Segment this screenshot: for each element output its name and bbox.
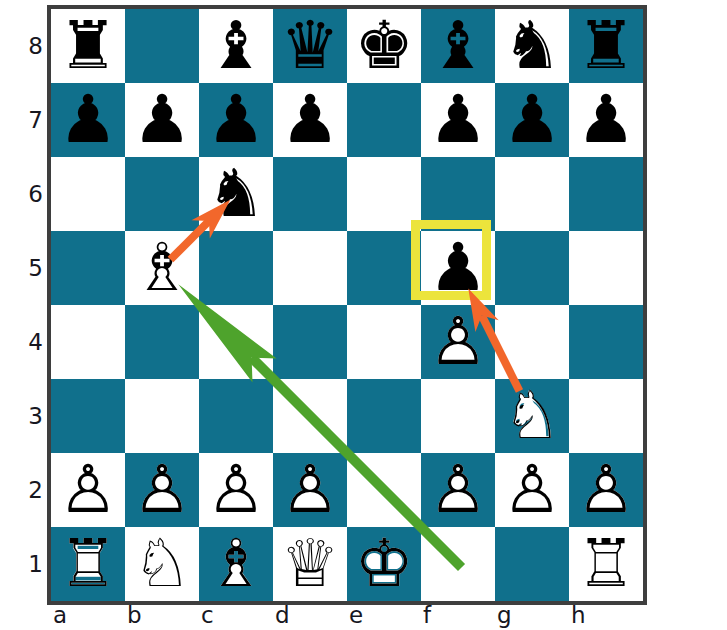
square-f8[interactable]: ♝ — [421, 9, 495, 83]
piece-outline: ♖ — [51, 527, 125, 601]
file-label-e: e — [347, 602, 423, 628]
piece-black-knight-c6[interactable]: ♞ — [199, 157, 273, 231]
square-c3[interactable] — [199, 379, 273, 453]
piece-outline: ♗ — [125, 231, 199, 305]
piece-black-queen-d8[interactable]: ♛ — [273, 9, 347, 83]
piece-fill: ♞ — [495, 9, 569, 83]
piece-black-pawn-f5[interactable]: ♟ — [421, 231, 495, 305]
rank-label-7: 7 — [0, 83, 43, 157]
square-a8[interactable]: ♜ — [51, 9, 125, 83]
piece-fill: ♚ — [347, 9, 421, 83]
piece-black-pawn-g7[interactable]: ♟ — [495, 83, 569, 157]
piece-white-king-e1[interactable]: ♚♔ — [347, 527, 421, 601]
piece-white-rook-a1[interactable]: ♜♖ — [51, 527, 125, 601]
file-label-f: f — [421, 602, 497, 628]
piece-outline: ♙ — [273, 453, 347, 527]
piece-black-pawn-h7[interactable]: ♟ — [569, 83, 643, 157]
piece-black-knight-g8[interactable]: ♞ — [495, 9, 569, 83]
piece-outline: ♙ — [495, 453, 569, 527]
piece-outline: ♘ — [125, 527, 199, 601]
file-label-h: h — [569, 602, 645, 628]
piece-white-bishop-c1[interactable]: ♝♗ — [199, 527, 273, 601]
file-label-g: g — [495, 602, 571, 628]
square-c2[interactable]: ♟♙ — [199, 453, 273, 527]
piece-outline: ♗ — [199, 527, 273, 601]
piece-white-pawn-c2[interactable]: ♟♙ — [199, 453, 273, 527]
square-c6[interactable]: ♞ — [199, 157, 273, 231]
piece-white-bishop-b5[interactable]: ♝♗ — [125, 231, 199, 305]
square-a5[interactable] — [51, 231, 125, 305]
square-g2[interactable]: ♟♙ — [495, 453, 569, 527]
piece-fill: ♟ — [51, 83, 125, 157]
square-e5[interactable] — [347, 231, 421, 305]
square-a3[interactable] — [51, 379, 125, 453]
piece-black-pawn-c7[interactable]: ♟ — [199, 83, 273, 157]
square-g8[interactable]: ♞ — [495, 9, 569, 83]
square-f1[interactable] — [421, 527, 495, 601]
board-grid[interactable]: ♜♝♛♚♝♞♜♟♟♟♟♟♟♟♞♝♗♟♟♙♞♘♟♙♟♙♟♙♟♙♟♙♟♙♟♙♜♖♞♘… — [51, 9, 643, 601]
square-d4[interactable] — [273, 305, 347, 379]
piece-outline: ♔ — [347, 527, 421, 601]
piece-white-pawn-h2[interactable]: ♟♙ — [569, 453, 643, 527]
piece-white-pawn-f4[interactable]: ♟♙ — [421, 305, 495, 379]
square-c1[interactable]: ♝♗ — [199, 527, 273, 601]
square-e6[interactable] — [347, 157, 421, 231]
square-g6[interactable] — [495, 157, 569, 231]
piece-black-pawn-d7[interactable]: ♟ — [273, 83, 347, 157]
square-c5[interactable] — [199, 231, 273, 305]
piece-white-pawn-b2[interactable]: ♟♙ — [125, 453, 199, 527]
square-b8[interactable] — [125, 9, 199, 83]
piece-fill: ♟ — [421, 231, 495, 305]
piece-white-pawn-a2[interactable]: ♟♙ — [51, 453, 125, 527]
piece-fill: ♛ — [273, 9, 347, 83]
piece-white-knight-g3[interactable]: ♞♘ — [495, 379, 569, 453]
square-d8[interactable]: ♛ — [273, 9, 347, 83]
square-h4[interactable] — [569, 305, 643, 379]
square-d7[interactable]: ♟ — [273, 83, 347, 157]
piece-outline: ♙ — [569, 453, 643, 527]
square-b2[interactable]: ♟♙ — [125, 453, 199, 527]
piece-fill: ♟ — [199, 83, 273, 157]
rank-label-3: 3 — [0, 379, 43, 453]
piece-black-pawn-b7[interactable]: ♟ — [125, 83, 199, 157]
square-h3[interactable] — [569, 379, 643, 453]
square-d3[interactable] — [273, 379, 347, 453]
rank-label-4: 4 — [0, 305, 43, 379]
square-f4[interactable]: ♟♙ — [421, 305, 495, 379]
piece-white-queen-d1[interactable]: ♛♕ — [273, 527, 347, 601]
piece-fill: ♜ — [569, 9, 643, 83]
square-e4[interactable] — [347, 305, 421, 379]
square-d1[interactable]: ♛♕ — [273, 527, 347, 601]
piece-white-knight-b1[interactable]: ♞♘ — [125, 527, 199, 601]
square-a6[interactable] — [51, 157, 125, 231]
square-g3[interactable]: ♞♘ — [495, 379, 569, 453]
square-a7[interactable]: ♟ — [51, 83, 125, 157]
square-a1[interactable]: ♜♖ — [51, 527, 125, 601]
square-d5[interactable] — [273, 231, 347, 305]
piece-black-king-e8[interactable]: ♚ — [347, 9, 421, 83]
piece-outline: ♘ — [495, 379, 569, 453]
chess-diagram: ♜♝♛♚♝♞♜♟♟♟♟♟♟♟♞♝♗♟♟♙♞♘♟♙♟♙♟♙♟♙♟♙♟♙♟♙♜♖♞♘… — [0, 0, 727, 630]
piece-black-pawn-f7[interactable]: ♟ — [421, 83, 495, 157]
piece-outline: ♙ — [125, 453, 199, 527]
file-label-d: d — [273, 602, 349, 628]
square-h7[interactable]: ♟ — [569, 83, 643, 157]
board-frame: ♜♝♛♚♝♞♜♟♟♟♟♟♟♟♞♝♗♟♟♙♞♘♟♙♟♙♟♙♟♙♟♙♟♙♟♙♜♖♞♘… — [47, 5, 647, 605]
piece-outline: ♙ — [421, 305, 495, 379]
square-d6[interactable] — [273, 157, 347, 231]
square-b7[interactable]: ♟ — [125, 83, 199, 157]
square-h8[interactable]: ♜ — [569, 9, 643, 83]
piece-black-bishop-c8[interactable]: ♝ — [199, 9, 273, 83]
file-label-c: c — [199, 602, 275, 628]
rank-label-1: 1 — [0, 527, 43, 601]
piece-fill: ♟ — [125, 83, 199, 157]
piece-fill: ♝ — [199, 9, 273, 83]
piece-fill: ♝ — [421, 9, 495, 83]
square-e2[interactable] — [347, 453, 421, 527]
square-e1[interactable]: ♚♔ — [347, 527, 421, 601]
piece-black-rook-h8[interactable]: ♜ — [569, 9, 643, 83]
rank-label-2: 2 — [0, 453, 43, 527]
piece-fill: ♟ — [273, 83, 347, 157]
file-label-a: a — [51, 602, 127, 628]
file-label-b: b — [125, 602, 201, 628]
square-b1[interactable]: ♞♘ — [125, 527, 199, 601]
piece-fill: ♟ — [495, 83, 569, 157]
piece-outline: ♙ — [51, 453, 125, 527]
square-b6[interactable] — [125, 157, 199, 231]
square-c8[interactable]: ♝ — [199, 9, 273, 83]
square-a4[interactable] — [51, 305, 125, 379]
piece-outline: ♙ — [199, 453, 273, 527]
piece-outline: ♖ — [569, 527, 643, 601]
square-h6[interactable] — [569, 157, 643, 231]
square-g5[interactable] — [495, 231, 569, 305]
square-e3[interactable] — [347, 379, 421, 453]
rank-label-6: 6 — [0, 157, 43, 231]
square-e8[interactable]: ♚ — [347, 9, 421, 83]
piece-outline: ♕ — [273, 527, 347, 601]
square-c4[interactable] — [199, 305, 273, 379]
square-g4[interactable] — [495, 305, 569, 379]
square-f7[interactable]: ♟ — [421, 83, 495, 157]
piece-black-pawn-a7[interactable]: ♟ — [51, 83, 125, 157]
square-h2[interactable]: ♟♙ — [569, 453, 643, 527]
square-a2[interactable]: ♟♙ — [51, 453, 125, 527]
square-h1[interactable]: ♜♖ — [569, 527, 643, 601]
rank-label-8: 8 — [0, 9, 43, 83]
square-g1[interactable] — [495, 527, 569, 601]
piece-white-rook-h1[interactable]: ♜♖ — [569, 527, 643, 601]
square-d2[interactable]: ♟♙ — [273, 453, 347, 527]
square-b3[interactable] — [125, 379, 199, 453]
piece-fill: ♞ — [199, 157, 273, 231]
piece-black-bishop-f8[interactable]: ♝ — [421, 9, 495, 83]
square-e7[interactable] — [347, 83, 421, 157]
piece-outline: ♙ — [421, 453, 495, 527]
square-b5[interactable]: ♝♗ — [125, 231, 199, 305]
rank-label-5: 5 — [0, 231, 43, 305]
square-g7[interactable]: ♟ — [495, 83, 569, 157]
square-f2[interactable]: ♟♙ — [421, 453, 495, 527]
piece-fill: ♟ — [569, 83, 643, 157]
piece-fill: ♜ — [51, 9, 125, 83]
square-b4[interactable] — [125, 305, 199, 379]
square-h5[interactable] — [569, 231, 643, 305]
piece-fill: ♟ — [421, 83, 495, 157]
square-f5[interactable]: ♟ — [421, 231, 495, 305]
piece-black-rook-a8[interactable]: ♜ — [51, 9, 125, 83]
piece-white-pawn-g2[interactable]: ♟♙ — [495, 453, 569, 527]
piece-white-pawn-f2[interactable]: ♟♙ — [421, 453, 495, 527]
square-c7[interactable]: ♟ — [199, 83, 273, 157]
square-f3[interactable] — [421, 379, 495, 453]
piece-white-pawn-d2[interactable]: ♟♙ — [273, 453, 347, 527]
